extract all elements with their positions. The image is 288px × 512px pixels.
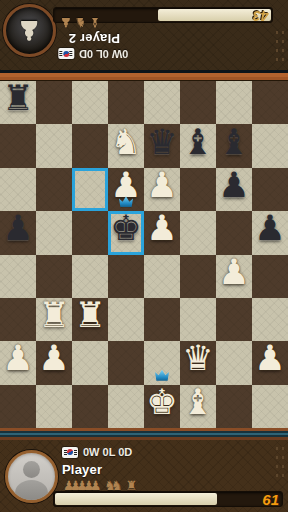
opponent-timer-value: 43 [253, 8, 269, 24]
square-a2[interactable]: ♟ [0, 341, 36, 384]
square-f4[interactable] [180, 255, 216, 298]
board: ♜♞♛♝♝♟♟♟♟♚♟♟♟♜♜♟♟♛♟♚♝ [0, 81, 288, 428]
chess-app-screen: ♟ 43 ♝♞♟ Player 2 0W 0L 0D ♜♞♛♝♝♟♟♟♟♚♟♟♟… [0, 0, 288, 512]
square-h3[interactable] [252, 298, 288, 341]
square-d4[interactable] [108, 255, 144, 298]
square-g2[interactable] [216, 341, 252, 384]
black-pawn-a5[interactable]: ♟ [2, 211, 33, 246]
white-queen-f2[interactable]: ♛ [182, 341, 213, 376]
opponent-captured-pieces: ♝♞♟ [60, 15, 101, 30]
player-timer-fill [55, 493, 217, 505]
white-rook-c3[interactable]: ♜ [74, 298, 105, 333]
white-knight-d7[interactable]: ♞ [110, 125, 141, 160]
square-h2[interactable]: ♟ [252, 341, 288, 384]
square-b7[interactable] [36, 124, 72, 167]
square-g1[interactable] [216, 385, 252, 428]
square-g8[interactable] [216, 81, 252, 124]
black-bishop-f7[interactable]: ♝ [182, 125, 213, 160]
square-a5[interactable]: ♟ [0, 211, 36, 254]
white-pawn-g4[interactable]: ♟ [218, 255, 249, 290]
white-pawn-b2[interactable]: ♟ [38, 341, 69, 376]
square-b3[interactable]: ♜ [36, 298, 72, 341]
square-f7[interactable]: ♝ [180, 124, 216, 167]
square-c7[interactable] [72, 124, 108, 167]
square-e5[interactable]: ♟ [144, 211, 180, 254]
opponent-record-text: 0W 0L 0D [79, 48, 128, 60]
square-h8[interactable] [252, 81, 288, 124]
square-d7[interactable]: ♞ [108, 124, 144, 167]
opponent-avatar[interactable]: ♟ [3, 4, 56, 57]
square-e7[interactable]: ♛ [144, 124, 180, 167]
square-e3[interactable] [144, 298, 180, 341]
square-h7[interactable] [252, 124, 288, 167]
player-panel: 0W 0L 0D Player ♟♟♟♟♟♞♞♜ 61 [0, 440, 288, 512]
square-a4[interactable] [0, 255, 36, 298]
square-f3[interactable] [180, 298, 216, 341]
square-c5[interactable] [72, 211, 108, 254]
square-e6[interactable]: ♟ [144, 168, 180, 211]
square-h5[interactable]: ♟ [252, 211, 288, 254]
board-frame-top [0, 70, 288, 81]
rivet-dots-decoration [274, 444, 286, 480]
opponent-panel: ♟ 43 ♝♞♟ Player 2 0W 0L 0D [0, 0, 288, 70]
square-c8[interactable] [72, 81, 108, 124]
black-rook-a8[interactable]: ♜ [2, 81, 33, 116]
square-a1[interactable] [0, 385, 36, 428]
square-a3[interactable] [0, 298, 36, 341]
square-b8[interactable] [36, 81, 72, 124]
square-f2[interactable]: ♛ [180, 341, 216, 384]
captured-bishop-icon: ♝ [89, 15, 101, 29]
square-a7[interactable] [0, 124, 36, 167]
board-frame-bottom [0, 428, 288, 440]
square-d3[interactable] [108, 298, 144, 341]
captured-knight-icon: ♞ [75, 15, 87, 29]
rivet-dots-decoration [274, 28, 286, 64]
white-pawn-h2[interactable]: ♟ [254, 341, 285, 376]
square-d2[interactable] [108, 341, 144, 384]
player-timer-bar: 61 [53, 491, 283, 507]
square-f5[interactable] [180, 211, 216, 254]
white-pawn-a2[interactable]: ♟ [2, 341, 33, 376]
white-king-e1[interactable]: ♚ [146, 385, 177, 420]
player-name: Player [62, 462, 102, 477]
square-g3[interactable] [216, 298, 252, 341]
square-f8[interactable] [180, 81, 216, 124]
square-d1[interactable] [108, 385, 144, 428]
square-e1[interactable]: ♚ [144, 385, 180, 428]
square-f1[interactable]: ♝ [180, 385, 216, 428]
south-korea-flag-icon [58, 49, 74, 60]
square-e8[interactable] [144, 81, 180, 124]
opponent-name: Player 2 [58, 31, 120, 46]
captured-pawn-icon: ♟ [60, 15, 72, 29]
black-pawn-h5[interactable]: ♟ [254, 211, 285, 246]
white-pawn-avatar-icon: ♟ [17, 17, 41, 44]
square-c6[interactable] [72, 168, 108, 211]
person-silhouette-icon [23, 461, 40, 478]
square-h4[interactable] [252, 255, 288, 298]
white-bishop-f1[interactable]: ♝ [182, 385, 213, 420]
square-c3[interactable]: ♜ [72, 298, 108, 341]
player-record: 0W 0L 0D [62, 446, 132, 458]
player-avatar[interactable] [5, 450, 58, 503]
square-h1[interactable] [252, 385, 288, 428]
south-korea-flag-icon [62, 447, 78, 458]
black-king-d5[interactable]: ♚ [110, 211, 141, 246]
black-queen-e7[interactable]: ♛ [146, 125, 177, 160]
square-b6[interactable] [36, 168, 72, 211]
square-c1[interactable] [72, 385, 108, 428]
square-b5[interactable] [36, 211, 72, 254]
square-b1[interactable] [36, 385, 72, 428]
square-d8[interactable] [108, 81, 144, 124]
square-e4[interactable] [144, 255, 180, 298]
square-a8[interactable]: ♜ [0, 81, 36, 124]
player-record-text: 0W 0L 0D [83, 446, 132, 458]
square-f6[interactable] [180, 168, 216, 211]
square-g6[interactable]: ♟ [216, 168, 252, 211]
square-d5[interactable]: ♚ [108, 211, 144, 254]
black-pawn-g6[interactable]: ♟ [218, 168, 249, 203]
square-c4[interactable] [72, 255, 108, 298]
black-bishop-g7[interactable]: ♝ [218, 125, 249, 160]
player-timer-value: 61 [262, 492, 279, 508]
square-c2[interactable] [72, 341, 108, 384]
white-pawn-e5[interactable]: ♟ [146, 211, 177, 246]
opponent-record: 0W 0L 0D [58, 48, 128, 60]
square-a6[interactable] [0, 168, 36, 211]
white-pawn-e6[interactable]: ♟ [146, 168, 177, 203]
square-b4[interactable] [36, 255, 72, 298]
square-g7[interactable]: ♝ [216, 124, 252, 167]
square-h6[interactable] [252, 168, 288, 211]
white-rook-b3[interactable]: ♜ [38, 298, 69, 333]
square-b2[interactable]: ♟ [36, 341, 72, 384]
square-g4[interactable]: ♟ [216, 255, 252, 298]
square-g5[interactable] [216, 211, 252, 254]
